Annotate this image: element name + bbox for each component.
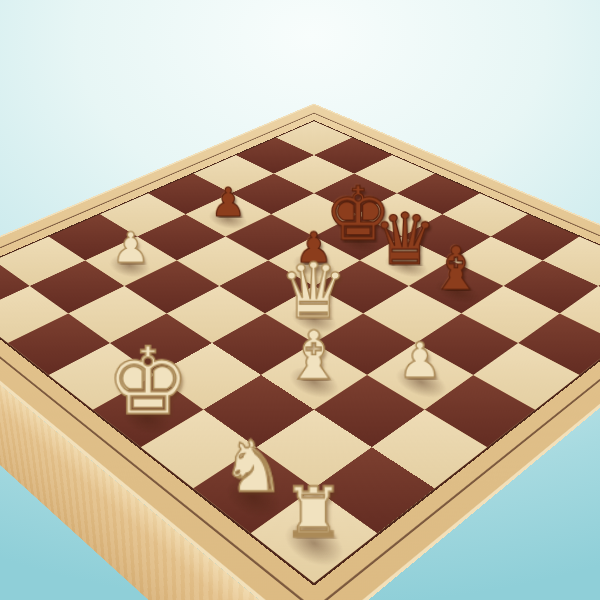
square-h1[interactable]: ♜ [251, 488, 377, 582]
black-queen-glyph: ♛ [373, 203, 437, 274]
white-rook[interactable]: ♜ [251, 488, 377, 582]
wooden-board-box: ♚♛♝♟♟♛♟♟♝♚♞♜ [0, 104, 600, 600]
product-photo-scene: ♚♛♝♟♟♛♟♟♝♚♞♜ [0, 0, 600, 600]
board-wrapper: ♚♛♝♟♟♛♟♟♝♚♞♜ [8, 0, 600, 592]
square-f6[interactable]: ♝ [409, 260, 504, 313]
white-king[interactable]: ♚ [93, 375, 204, 447]
white-rook-glyph: ♜ [283, 478, 345, 547]
square-f8[interactable] [491, 214, 579, 260]
black-bishop[interactable]: ♝ [409, 260, 504, 313]
square-e1[interactable]: ♚ [93, 375, 204, 447]
black-bishop-glyph: ♝ [429, 238, 483, 298]
